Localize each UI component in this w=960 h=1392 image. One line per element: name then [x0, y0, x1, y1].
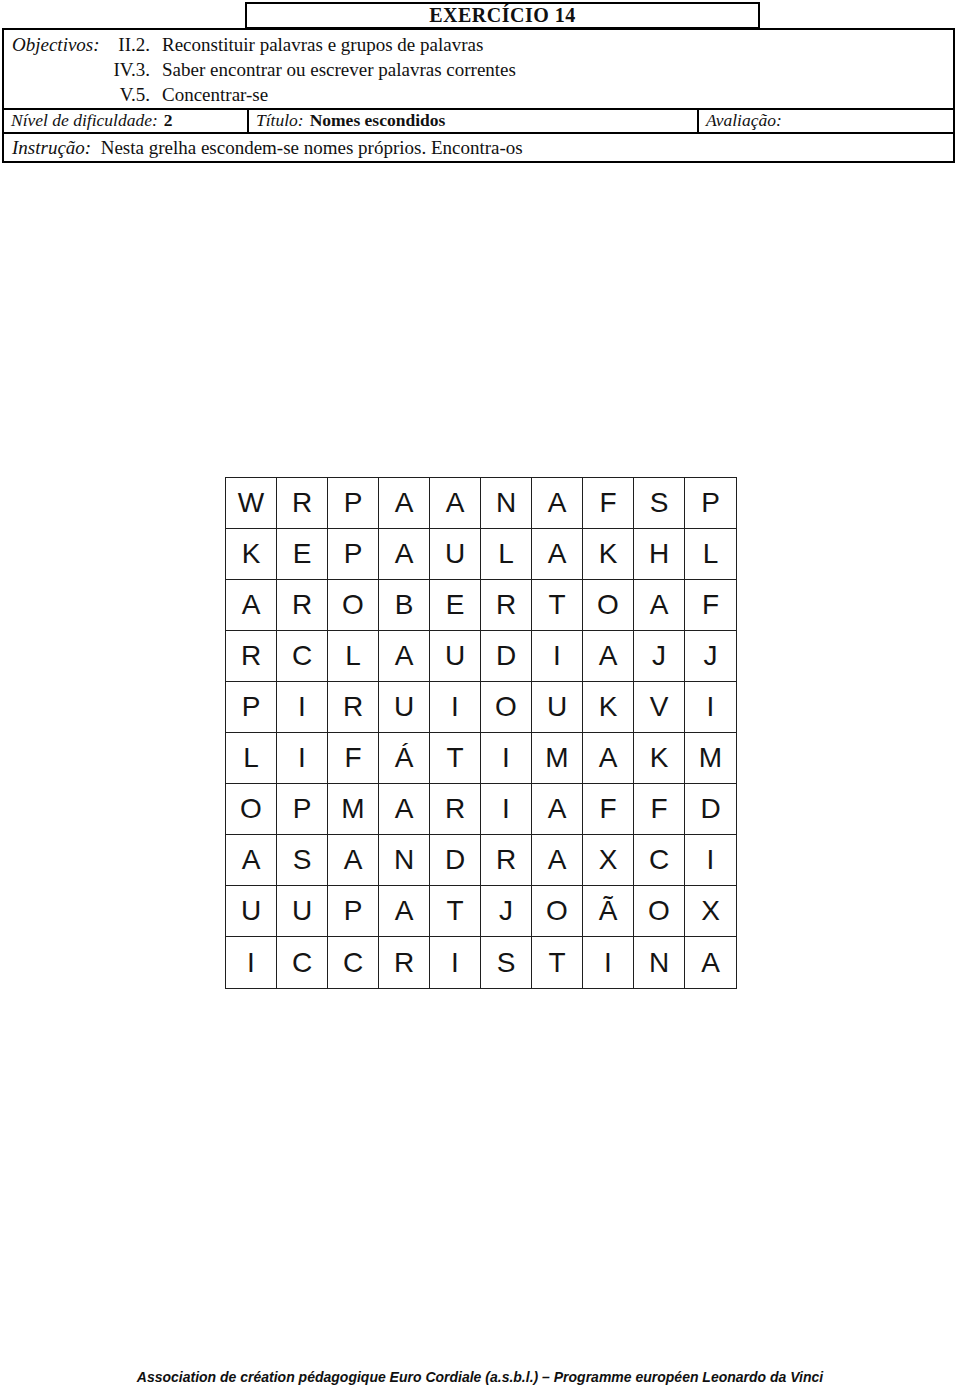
- grid-cell-r3c2: R: [277, 580, 328, 631]
- grid-cell-r10c1: I: [226, 937, 277, 988]
- grid-cell-r6c1: L: [226, 733, 277, 784]
- grid-cell-r6c8: A: [583, 733, 634, 784]
- grid-cell-r3c4: B: [379, 580, 430, 631]
- difficulty-label: Nível de dificuldade:: [11, 110, 158, 130]
- grid-cell-r1c1: W: [226, 478, 277, 529]
- instruction-text: Nesta grelha escondem-se nomes próprios.…: [96, 137, 523, 158]
- grid-cell-r9c2: U: [277, 886, 328, 937]
- grid-cell-r2c4: A: [379, 529, 430, 580]
- grid-cell-r2c9: H: [634, 529, 685, 580]
- difficulty-value: 2: [164, 110, 173, 130]
- grid-cell-r3c10: F: [685, 580, 736, 631]
- grid-cell-r10c7: T: [532, 937, 583, 988]
- grid-cell-r8c1: A: [226, 835, 277, 886]
- grid-cell-r5c10: I: [685, 682, 736, 733]
- grid-cell-r8c5: D: [430, 835, 481, 886]
- grid-cell-r7c8: F: [583, 784, 634, 835]
- grid-cell-r6c2: I: [277, 733, 328, 784]
- grid-cell-r3c3: O: [328, 580, 379, 631]
- grid-cell-r7c3: M: [328, 784, 379, 835]
- grid-cell-r9c8: Ã: [583, 886, 634, 937]
- grid-cell-r3c1: A: [226, 580, 277, 631]
- grid-cell-r8c7: A: [532, 835, 583, 886]
- worksheet-page: { "game": "word-search", "position": [ "…: [0, 0, 960, 1392]
- grid-cell-r4c4: A: [379, 631, 430, 682]
- grid-cell-r3c8: O: [583, 580, 634, 631]
- grid-cell-r7c4: A: [379, 784, 430, 835]
- grid-cell-r5c9: V: [634, 682, 685, 733]
- objective-text: Reconstituir palavras e grupos de palavr…: [162, 32, 483, 57]
- grid-cell-r2c5: U: [430, 529, 481, 580]
- grid-cell-r8c2: S: [277, 835, 328, 886]
- grid-cell-r5c4: U: [379, 682, 430, 733]
- grid-cell-r5c2: I: [277, 682, 328, 733]
- grid-cell-r1c9: S: [634, 478, 685, 529]
- grid-cell-r10c3: C: [328, 937, 379, 988]
- objective-text: Concentrar-se: [162, 82, 268, 107]
- grid-cell-r9c3: P: [328, 886, 379, 937]
- grid-cell-r2c1: K: [226, 529, 277, 580]
- grid-cell-r7c1: O: [226, 784, 277, 835]
- grid-cell-r10c6: S: [481, 937, 532, 988]
- instruction-label: Instrução:: [12, 137, 91, 158]
- objective-line: IV.3. Saber encontrar ou escrever palavr…: [12, 57, 945, 82]
- grid-cell-r8c9: C: [634, 835, 685, 886]
- title-cell: Título:Nomes escondidos: [247, 110, 697, 132]
- grid-cell-r1c6: N: [481, 478, 532, 529]
- objectives-label: Objectivos:: [12, 32, 100, 57]
- grid-cell-r6c10: M: [685, 733, 736, 784]
- grid-cell-r4c6: D: [481, 631, 532, 682]
- grid-cell-r5c8: K: [583, 682, 634, 733]
- objectives-label-spacer: [12, 57, 100, 82]
- grid-cell-r9c9: O: [634, 886, 685, 937]
- grid-cell-r2c7: A: [532, 529, 583, 580]
- grid-cell-r6c9: K: [634, 733, 685, 784]
- grid-cell-r4c1: R: [226, 631, 277, 682]
- titulo-label: Título:: [256, 110, 304, 130]
- grid-cell-r8c6: R: [481, 835, 532, 886]
- grid-cell-r5c1: P: [226, 682, 277, 733]
- objectives-row: Objectivos: II.2. Reconstituir palavras …: [4, 30, 953, 110]
- grid-cell-r4c2: C: [277, 631, 328, 682]
- titulo-value: Nomes escondidos: [310, 110, 446, 130]
- grid-cell-r6c4: Á: [379, 733, 430, 784]
- grid-cell-r2c2: E: [277, 529, 328, 580]
- grid-cell-r7c10: D: [685, 784, 736, 835]
- grid-cell-r9c7: O: [532, 886, 583, 937]
- avaliacao-label: Avaliação:: [706, 110, 782, 130]
- grid-cell-r6c5: T: [430, 733, 481, 784]
- grid-cell-r1c7: A: [532, 478, 583, 529]
- grid-cell-r7c2: P: [277, 784, 328, 835]
- objective-text: Saber encontrar ou escrever palavras cor…: [162, 57, 516, 82]
- grid-cell-r6c3: F: [328, 733, 379, 784]
- grid-cell-r8c3: A: [328, 835, 379, 886]
- grid-cell-r9c5: T: [430, 886, 481, 937]
- grid-cell-r9c6: J: [481, 886, 532, 937]
- grid-cell-r4c5: U: [430, 631, 481, 682]
- objective-line: Objectivos: II.2. Reconstituir palavras …: [12, 32, 945, 57]
- footer-credit: Association de création pédagogique Euro…: [0, 1369, 960, 1385]
- exercise-title: EXERCÍCIO 14: [245, 2, 760, 29]
- word-search-grid: WRPAANAFSPKEPAULAKHLAROBERTOAFRCLAUDIAJJ…: [225, 477, 737, 989]
- difficulty-cell: Nível de dificuldade:2: [4, 110, 247, 132]
- grid-cell-r4c7: I: [532, 631, 583, 682]
- grid-cell-r2c3: P: [328, 529, 379, 580]
- grid-cell-r7c6: I: [481, 784, 532, 835]
- grid-cell-r1c2: R: [277, 478, 328, 529]
- objective-code: IV.3.: [100, 57, 150, 82]
- grid-cell-r6c6: I: [481, 733, 532, 784]
- grid-cell-r10c8: I: [583, 937, 634, 988]
- grid-cell-r9c4: A: [379, 886, 430, 937]
- grid-cell-r10c4: R: [379, 937, 430, 988]
- objective-code: V.5.: [100, 82, 150, 107]
- objectives-label-spacer: [12, 82, 100, 107]
- header-table: Objectivos: II.2. Reconstituir palavras …: [2, 28, 955, 163]
- grid-cell-r7c5: R: [430, 784, 481, 835]
- meta-row: Nível de dificuldade:2 Título:Nomes esco…: [4, 110, 953, 134]
- grid-cell-r3c5: E: [430, 580, 481, 631]
- grid-cell-r5c5: I: [430, 682, 481, 733]
- objective-line: V.5. Concentrar-se: [12, 82, 945, 107]
- grid-cell-r3c7: T: [532, 580, 583, 631]
- grid-cell-r1c10: P: [685, 478, 736, 529]
- grid-cell-r3c6: R: [481, 580, 532, 631]
- grid-cell-r6c7: M: [532, 733, 583, 784]
- objective-code: II.2.: [100, 32, 150, 57]
- grid-cell-r10c2: C: [277, 937, 328, 988]
- grid-cell-r8c4: N: [379, 835, 430, 886]
- grid-cell-r2c8: K: [583, 529, 634, 580]
- grid-cell-r1c3: P: [328, 478, 379, 529]
- grid-cell-r10c5: I: [430, 937, 481, 988]
- grid-cell-r1c8: F: [583, 478, 634, 529]
- grid-cell-r5c3: R: [328, 682, 379, 733]
- grid-cell-r9c1: U: [226, 886, 277, 937]
- grid-cell-r7c9: F: [634, 784, 685, 835]
- grid-cell-r4c8: A: [583, 631, 634, 682]
- grid-cell-r5c6: O: [481, 682, 532, 733]
- instruction-row: Instrução: Nesta grelha escondem-se nome…: [4, 134, 953, 161]
- grid-cell-r8c8: X: [583, 835, 634, 886]
- grid-cell-r2c6: L: [481, 529, 532, 580]
- grid-cell-r10c9: N: [634, 937, 685, 988]
- grid-cell-r2c10: L: [685, 529, 736, 580]
- grid-cell-r1c5: A: [430, 478, 481, 529]
- grid-cell-r4c3: L: [328, 631, 379, 682]
- grid-cell-r7c7: A: [532, 784, 583, 835]
- grid-cell-r5c7: U: [532, 682, 583, 733]
- grid-cell-r3c9: A: [634, 580, 685, 631]
- grid-cell-r1c4: A: [379, 478, 430, 529]
- grid-cell-r10c10: A: [685, 937, 736, 988]
- grid-cell-r4c10: J: [685, 631, 736, 682]
- grid-cell-r4c9: J: [634, 631, 685, 682]
- evaluation-cell: Avaliação:: [697, 110, 953, 132]
- grid-cell-r8c10: I: [685, 835, 736, 886]
- grid-cell-r9c10: X: [685, 886, 736, 937]
